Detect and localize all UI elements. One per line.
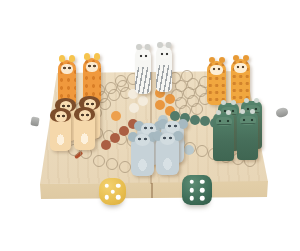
die-pip	[116, 195, 121, 200]
die-pip	[116, 183, 121, 188]
die-pip	[200, 188, 205, 193]
die-pip	[110, 189, 115, 194]
die-pip	[189, 196, 194, 201]
product-photo-scene	[0, 0, 300, 251]
die-pip	[200, 179, 205, 184]
dice-layer	[0, 0, 300, 251]
die-pip	[189, 188, 194, 193]
die-pip	[189, 179, 194, 184]
die-pip	[104, 183, 109, 188]
yellow-die[interactable]	[99, 178, 126, 205]
die-pip	[200, 196, 205, 201]
green-die[interactable]	[182, 175, 212, 205]
die-pip	[104, 195, 109, 200]
